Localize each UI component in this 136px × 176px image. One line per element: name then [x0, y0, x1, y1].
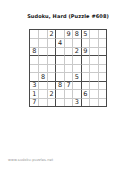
- sudoku-cell-r2c2: [38, 38, 46, 46]
- sudoku-cell-r3c1: 8: [30, 47, 38, 55]
- sudoku-cell-r9c9: [98, 98, 106, 106]
- sudoku-cell-r8c6: [72, 89, 80, 97]
- sudoku-cell-r8c8: [89, 89, 97, 97]
- sudoku-cell-r4c3: [47, 55, 55, 63]
- sudoku-cell-r9c4: [55, 98, 63, 106]
- sudoku-cell-r5c2: [38, 64, 46, 72]
- sudoku-cell-r1c3: 2: [47, 30, 55, 38]
- sudoku-cell-r4c6: [72, 55, 80, 63]
- sudoku-cell-r2c4: 4: [55, 38, 63, 46]
- sudoku-cell-r9c6: 3: [72, 98, 80, 106]
- sudoku-cell-r3c2: [38, 47, 46, 55]
- sudoku-cell-r9c1: 7: [30, 98, 38, 106]
- sudoku-cell-r2c6: [72, 38, 80, 46]
- sudoku-cell-r4c8: [89, 55, 97, 63]
- sudoku-cell-r5c8: [89, 64, 97, 72]
- sudoku-cell-r1c7: 5: [81, 30, 89, 38]
- sudoku-cell-r4c9: [98, 55, 106, 63]
- sudoku-page: Sudoku, Hard (Puzzle #608) 2985482985387…: [0, 0, 136, 176]
- sudoku-cell-r8c3: 2: [47, 89, 55, 97]
- sudoku-cell-r3c8: [89, 47, 97, 55]
- sudoku-cell-r7c2: [38, 81, 46, 89]
- sudoku-cell-r2c3: [47, 38, 55, 46]
- sudoku-cell-r5c9: [98, 64, 106, 72]
- footer-url: www.sudoku-puzzles.net: [8, 158, 53, 162]
- sudoku-cell-r3c4: [55, 47, 63, 55]
- sudoku-cell-r3c3: [47, 47, 55, 55]
- sudoku-cell-r4c7: [81, 55, 89, 63]
- sudoku-cell-r8c1: 1: [30, 89, 38, 97]
- sudoku-cell-r6c9: [98, 72, 106, 80]
- sudoku-cell-r7c1: 3: [30, 81, 38, 89]
- sudoku-cell-r1c9: [98, 30, 106, 38]
- sudoku-cell-r5c1: [30, 64, 38, 72]
- sudoku-cell-r7c6: [72, 81, 80, 89]
- sudoku-cell-r1c2: [38, 30, 46, 38]
- sudoku-cell-r1c6: 8: [72, 30, 80, 38]
- sudoku-cell-r3c5: [64, 47, 72, 55]
- sudoku-cell-r2c7: [81, 38, 89, 46]
- sudoku-cell-r4c5: [64, 55, 72, 63]
- sudoku-cell-r7c7: [81, 81, 89, 89]
- sudoku-cell-r6c3: [47, 72, 55, 80]
- sudoku-cell-r9c7: [81, 98, 89, 106]
- sudoku-cell-r4c2: [38, 55, 46, 63]
- sudoku-cell-r8c7: 6: [81, 89, 89, 97]
- page-title: Sudoku, Hard (Puzzle #608): [0, 13, 136, 19]
- sudoku-cell-r7c4: 8: [55, 81, 63, 89]
- sudoku-cell-r9c5: [64, 98, 72, 106]
- sudoku-cell-r3c6: 2: [72, 47, 80, 55]
- sudoku-cell-r6c7: [81, 72, 89, 80]
- sudoku-cell-r7c5: 7: [64, 81, 72, 89]
- sudoku-cell-r7c8: [89, 81, 97, 89]
- sudoku-cell-r8c2: [38, 89, 46, 97]
- sudoku-grid: 298548298538712673: [29, 29, 107, 107]
- sudoku-cell-r6c2: 8: [38, 72, 46, 80]
- sudoku-cell-r8c4: [55, 89, 63, 97]
- sudoku-cell-r8c5: [64, 89, 72, 97]
- sudoku-cell-r6c8: [89, 72, 97, 80]
- sudoku-cell-r5c6: [72, 64, 80, 72]
- sudoku-cell-r6c1: [30, 72, 38, 80]
- sudoku-cell-r9c2: [38, 98, 46, 106]
- sudoku-cell-r3c9: [98, 47, 106, 55]
- sudoku-cell-r3c7: 9: [81, 47, 89, 55]
- sudoku-cell-r1c1: [30, 30, 38, 38]
- sudoku-cell-r2c8: [89, 38, 97, 46]
- sudoku-cell-r5c3: [47, 64, 55, 72]
- sudoku-cell-r4c4: [55, 55, 63, 63]
- sudoku-cell-r2c9: [98, 38, 106, 46]
- sudoku-cell-r8c9: [98, 89, 106, 97]
- sudoku-cell-r5c5: [64, 64, 72, 72]
- sudoku-cell-r9c3: [47, 98, 55, 106]
- sudoku-cell-r7c9: [98, 81, 106, 89]
- sudoku-cell-r1c4: [55, 30, 63, 38]
- sudoku-cell-r1c5: 9: [64, 30, 72, 38]
- sudoku-cell-r5c7: [81, 64, 89, 72]
- sudoku-cell-r7c3: [47, 81, 55, 89]
- sudoku-cell-r4c1: [30, 55, 38, 63]
- sudoku-cell-r1c8: [89, 30, 97, 38]
- sudoku-cell-r5c4: [55, 64, 63, 72]
- sudoku-cell-r6c6: 5: [72, 72, 80, 80]
- sudoku-cell-r9c8: [89, 98, 97, 106]
- sudoku-cell-r6c4: [55, 72, 63, 80]
- sudoku-cell-r2c5: [64, 38, 72, 46]
- sudoku-cell-r2c1: [30, 38, 38, 46]
- sudoku-cell-r6c5: [64, 72, 72, 80]
